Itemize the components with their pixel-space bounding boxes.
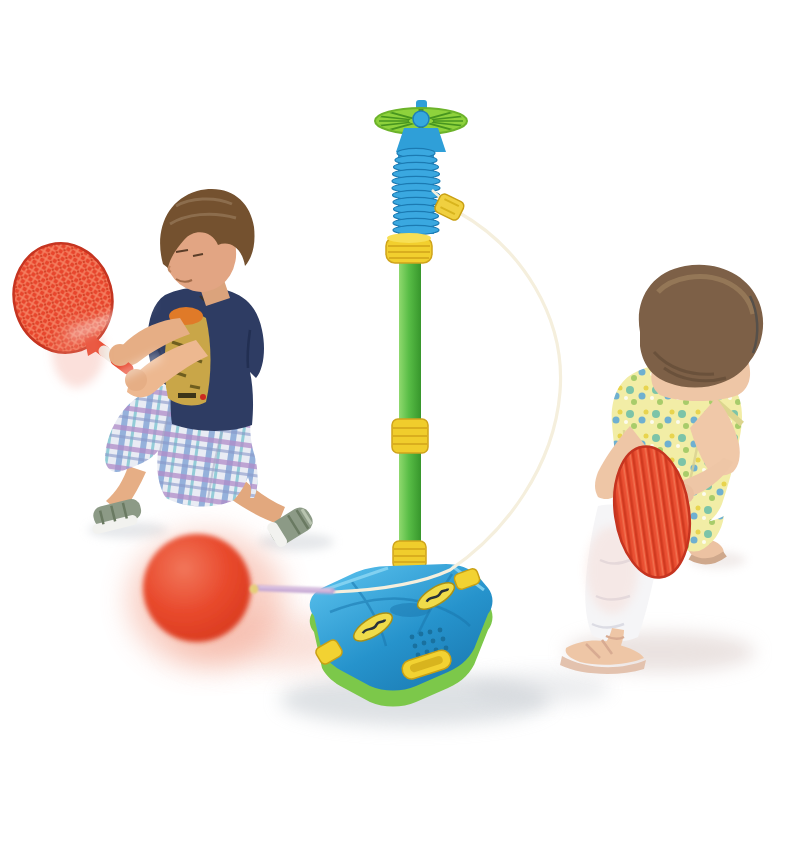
- mid-collar: [392, 419, 428, 453]
- boy-head: [158, 189, 255, 306]
- product-photo-canvas: [0, 0, 800, 857]
- boy-hand-upper: [109, 344, 131, 366]
- spinner-assembly: [375, 100, 467, 152]
- top-collar: [386, 233, 432, 263]
- swingball-pole: [375, 100, 467, 618]
- bottom-collar: [393, 541, 426, 569]
- girl-player: [560, 265, 763, 674]
- swingball-scene: [0, 0, 800, 857]
- base-shadow-right: [470, 672, 610, 704]
- tether-ball: [143, 534, 251, 642]
- spinner-center-hub: [413, 111, 429, 127]
- boy-player: [2, 189, 317, 549]
- tether-cord: [334, 212, 561, 592]
